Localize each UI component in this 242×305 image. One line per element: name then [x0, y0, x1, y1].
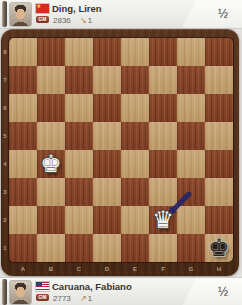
square-h7[interactable]: [205, 66, 233, 94]
square-b1[interactable]: [37, 234, 65, 262]
square-c3[interactable]: [65, 178, 93, 206]
top-player-score: ½: [218, 7, 228, 21]
square-e7[interactable]: [121, 66, 149, 94]
broadcast-game-panel: Ding, Liren GM 2836 ↘1 ½ 87654321ABCDEFG…: [0, 0, 242, 305]
file-label-c: C: [65, 263, 93, 275]
square-d8[interactable]: [93, 38, 121, 66]
file-label-a: A: [9, 263, 37, 275]
bottom-player-rating-trend: ↗1: [80, 294, 92, 303]
file-label-h: H: [205, 263, 233, 275]
bottom-player-bar[interactable]: Caruana, Fabiano GM 2773 ↗1 ½: [0, 277, 242, 305]
trend-value: 1: [88, 16, 92, 25]
square-f8[interactable]: [149, 38, 177, 66]
top-player-rating: 2836: [53, 16, 71, 25]
square-c1[interactable]: [65, 234, 93, 262]
square-a1[interactable]: [9, 234, 37, 262]
rank-label-7: 7: [1, 66, 9, 94]
square-g8[interactable]: [177, 38, 205, 66]
square-h3[interactable]: [205, 178, 233, 206]
rank-label-4: 4: [1, 150, 9, 178]
square-f3[interactable]: [149, 178, 177, 206]
top-player-bar[interactable]: Ding, Liren GM 2836 ↘1 ½: [0, 0, 242, 29]
square-d2[interactable]: [93, 206, 121, 234]
top-player-title-badge: GM: [36, 16, 49, 23]
square-g1[interactable]: [177, 234, 205, 262]
score-wedge: [176, 0, 242, 28]
square-b7[interactable]: [37, 66, 65, 94]
square-e8[interactable]: [121, 38, 149, 66]
square-f5[interactable]: [149, 122, 177, 150]
square-h2[interactable]: [205, 206, 233, 234]
chess-board: 87654321ABCDEFGH ♚♛♚: [1, 29, 239, 276]
square-e6[interactable]: [121, 94, 149, 122]
square-e5[interactable]: [121, 122, 149, 150]
square-d1[interactable]: [93, 234, 121, 262]
bottom-player-name: Caruana, Fabiano: [52, 281, 132, 292]
square-g5[interactable]: [177, 122, 205, 150]
score-wedge: [176, 278, 242, 305]
square-a8[interactable]: [9, 38, 37, 66]
rank-label-3: 3: [1, 178, 9, 206]
square-h5[interactable]: [205, 122, 233, 150]
file-label-f: F: [149, 263, 177, 275]
square-h4[interactable]: [205, 150, 233, 178]
square-e3[interactable]: [121, 178, 149, 206]
square-e2[interactable]: [121, 206, 149, 234]
rank-label-5: 5: [1, 122, 9, 150]
square-a5[interactable]: [9, 122, 37, 150]
square-e1[interactable]: [121, 234, 149, 262]
bottom-player-score: ½: [218, 285, 228, 299]
file-label-e: E: [121, 263, 149, 275]
square-g4[interactable]: [177, 150, 205, 178]
square-g2[interactable]: [177, 206, 205, 234]
square-a4[interactable]: [9, 150, 37, 178]
white-queen-f2[interactable]: ♛: [149, 206, 177, 234]
rank-label-1: 1: [1, 234, 9, 262]
top-player-photo: [9, 2, 32, 27]
top-player-name: Ding, Liren: [52, 3, 102, 14]
square-a6[interactable]: [9, 94, 37, 122]
square-b6[interactable]: [37, 94, 65, 122]
bottom-player-rating: 2773: [53, 294, 71, 303]
square-c4[interactable]: [65, 150, 93, 178]
square-c6[interactable]: [65, 94, 93, 122]
drag-handle[interactable]: [2, 1, 7, 27]
square-g6[interactable]: [177, 94, 205, 122]
flag-china-icon: [36, 4, 49, 13]
trend-up-icon: ↗: [80, 294, 87, 303]
black-king-h1[interactable]: ♚: [205, 234, 233, 262]
flag-usa-icon: [36, 282, 49, 291]
square-a3[interactable]: [9, 178, 37, 206]
square-d3[interactable]: [93, 178, 121, 206]
square-b3[interactable]: [37, 178, 65, 206]
square-d6[interactable]: [93, 94, 121, 122]
square-c2[interactable]: [65, 206, 93, 234]
square-d4[interactable]: [93, 150, 121, 178]
bottom-player-title-badge: GM: [36, 294, 49, 301]
square-h8[interactable]: [205, 38, 233, 66]
square-b8[interactable]: [37, 38, 65, 66]
trend-value: 1: [88, 294, 92, 303]
square-f6[interactable]: [149, 94, 177, 122]
bottom-player-photo: [9, 280, 32, 305]
rank-label-8: 8: [1, 38, 9, 66]
square-a7[interactable]: [9, 66, 37, 94]
square-d5[interactable]: [93, 122, 121, 150]
file-label-g: G: [177, 263, 205, 275]
square-a2[interactable]: [9, 206, 37, 234]
square-f7[interactable]: [149, 66, 177, 94]
square-b2[interactable]: [37, 206, 65, 234]
square-c7[interactable]: [65, 66, 93, 94]
rank-label-2: 2: [1, 206, 9, 234]
square-d7[interactable]: [93, 66, 121, 94]
top-player-rating-trend: ↘1: [80, 16, 92, 25]
square-f4[interactable]: [149, 150, 177, 178]
drag-handle[interactable]: [2, 279, 7, 305]
file-label-b: B: [37, 263, 65, 275]
square-g7[interactable]: [177, 66, 205, 94]
square-c8[interactable]: [65, 38, 93, 66]
square-b5[interactable]: [37, 122, 65, 150]
white-king-b4[interactable]: ♚: [37, 150, 65, 178]
square-g3[interactable]: [177, 178, 205, 206]
rank-label-6: 6: [1, 94, 9, 122]
square-f1[interactable]: [149, 234, 177, 262]
square-e4[interactable]: [121, 150, 149, 178]
square-h6[interactable]: [205, 94, 233, 122]
trend-down-icon: ↘: [80, 16, 87, 25]
square-c5[interactable]: [65, 122, 93, 150]
file-label-d: D: [93, 263, 121, 275]
